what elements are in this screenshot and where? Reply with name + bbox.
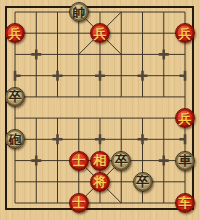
- piece-gold-soldier[interactable]: 卒: [5, 87, 25, 107]
- piece-gold-soldier[interactable]: 卒: [133, 172, 153, 192]
- piece-red-soldier[interactable]: 兵: [5, 23, 25, 43]
- piece-red-chariot[interactable]: 车: [175, 193, 195, 213]
- intersection-8-7: 車: [174, 150, 195, 171]
- piece-gold-soldier[interactable]: 卒: [111, 151, 131, 171]
- piece-red-elephant[interactable]: 相: [90, 151, 110, 171]
- piece-red-soldier[interactable]: 兵: [175, 108, 195, 128]
- intersection-5-7: 卒: [111, 150, 132, 171]
- piece-red-soldier[interactable]: 兵: [175, 23, 195, 43]
- intersection-8-9: 车: [174, 192, 195, 213]
- intersection-4-8: 将: [89, 171, 110, 192]
- intersection-6-8: 卒: [132, 171, 153, 192]
- intersection-3-0: 帥: [68, 1, 89, 22]
- intersection-3-7: 士: [68, 150, 89, 171]
- intersection-8-1: 兵: [174, 23, 195, 44]
- intersection-0-6: 砲: [4, 129, 25, 150]
- xiangqi-board-screenshot: 帥兵兵兵卒兵砲士相卒車将卒士车: [0, 0, 200, 220]
- intersection-8-5: 兵: [174, 107, 195, 128]
- piece-gold-chariot[interactable]: 車: [175, 151, 195, 171]
- intersection-4-7: 相: [89, 150, 110, 171]
- intersection-4-1: 兵: [89, 23, 110, 44]
- piece-red-soldier[interactable]: 兵: [90, 23, 110, 43]
- piece-gold-cannon[interactable]: 砲: [5, 129, 25, 149]
- intersection-0-1: 兵: [4, 23, 25, 44]
- intersection-0-4: 卒: [4, 86, 25, 107]
- piece-red-advisor[interactable]: 士: [69, 151, 89, 171]
- intersection-3-9: 士: [68, 192, 89, 213]
- board-grid: 帥兵兵兵卒兵砲士相卒車将卒士车: [4, 1, 195, 213]
- piece-red-advisor[interactable]: 士: [69, 193, 89, 213]
- piece-red-general[interactable]: 将: [90, 172, 110, 192]
- piece-gold-general[interactable]: 帥: [69, 2, 89, 22]
